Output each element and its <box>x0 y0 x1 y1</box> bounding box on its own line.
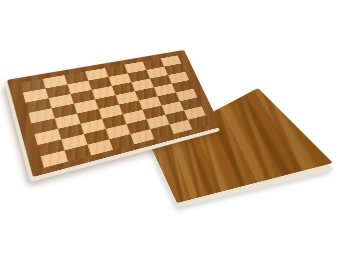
board-square <box>38 139 65 156</box>
board-square <box>128 70 150 82</box>
reverse-board-edge <box>150 93 334 208</box>
board-square <box>46 84 71 98</box>
board-square <box>158 92 180 105</box>
board-square <box>184 106 206 119</box>
chessboard <box>7 50 221 177</box>
board-square <box>180 97 202 110</box>
board-square <box>81 119 106 134</box>
board-square <box>143 105 166 119</box>
board-square <box>172 80 193 92</box>
board-square <box>41 150 68 167</box>
board-square <box>127 119 151 134</box>
board-square <box>58 124 84 140</box>
board-square <box>188 115 210 129</box>
board-square <box>170 120 193 134</box>
board-square <box>23 88 49 102</box>
board-square <box>115 91 138 104</box>
board-square <box>150 75 172 87</box>
board-square <box>162 101 184 114</box>
board-square <box>109 134 134 150</box>
board-square <box>102 114 126 129</box>
board-square <box>150 124 173 139</box>
board-square <box>105 65 128 77</box>
reverse-board-face <box>150 88 333 203</box>
board-square <box>108 73 131 86</box>
board-square <box>161 55 182 66</box>
board-square <box>146 115 169 129</box>
board-square <box>74 99 99 113</box>
chessboard-edge <box>4 53 220 182</box>
board-square <box>84 129 109 145</box>
reverse-board <box>150 88 333 203</box>
board-square <box>28 108 54 123</box>
board-square <box>130 129 154 144</box>
board-square <box>106 124 131 139</box>
board-square <box>26 98 52 113</box>
board-square <box>67 81 91 94</box>
board-square <box>34 129 61 145</box>
board-square <box>77 109 102 124</box>
board-square <box>88 139 114 155</box>
board-square <box>52 104 77 119</box>
board-square <box>92 86 116 99</box>
board-square <box>88 77 112 90</box>
board-square <box>64 72 88 85</box>
board-square <box>55 114 81 129</box>
board-square <box>43 75 68 88</box>
product-photo-scene <box>0 0 341 256</box>
board-square <box>99 105 123 119</box>
board-square <box>124 61 146 73</box>
board-square <box>31 118 58 134</box>
chessboard-frame <box>7 50 221 177</box>
board-square <box>123 110 147 124</box>
board-square <box>95 95 119 109</box>
board-square <box>20 79 46 93</box>
board-square <box>119 100 142 114</box>
board-square <box>61 134 87 150</box>
board-square <box>164 63 185 75</box>
board-square <box>49 94 74 108</box>
board-square <box>85 68 108 81</box>
board-square <box>146 67 168 79</box>
reverse-board-wrapper <box>0 0 341 256</box>
board-square <box>65 145 91 162</box>
chessboard-wrapper <box>0 0 341 256</box>
board-square <box>131 79 153 92</box>
board-square <box>154 84 176 97</box>
board-square <box>143 58 164 70</box>
board-square <box>112 82 135 95</box>
board-square <box>71 90 95 104</box>
board-square <box>166 110 189 124</box>
board-square <box>139 96 162 109</box>
board-square <box>176 89 198 102</box>
chessboard-grid <box>20 55 210 167</box>
board-square <box>135 87 158 100</box>
board-square <box>168 72 189 84</box>
